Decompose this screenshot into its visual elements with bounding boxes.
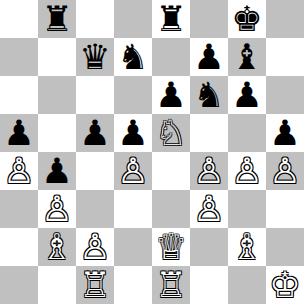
- square-e4[interactable]: [152, 152, 190, 190]
- black-rook: ♜: [41, 0, 72, 38]
- square-e5[interactable]: ♘: [152, 114, 190, 152]
- white-king: ♔: [269, 266, 300, 304]
- white-pawn: ♙: [79, 228, 110, 266]
- square-e7[interactable]: [152, 38, 190, 76]
- square-c6[interactable]: [76, 76, 114, 114]
- square-h2[interactable]: [266, 228, 304, 266]
- square-f2[interactable]: [190, 228, 228, 266]
- square-f6[interactable]: ♞: [190, 76, 228, 114]
- white-queen: ♕: [155, 228, 186, 266]
- square-c2[interactable]: ♙: [76, 228, 114, 266]
- square-e2[interactable]: ♕: [152, 228, 190, 266]
- square-e1[interactable]: ♖: [152, 266, 190, 304]
- square-d6[interactable]: [114, 76, 152, 114]
- square-a6[interactable]: [0, 76, 38, 114]
- square-b8[interactable]: ♜: [38, 0, 76, 38]
- square-g5[interactable]: [228, 114, 266, 152]
- square-b3[interactable]: ♙: [38, 190, 76, 228]
- square-d1[interactable]: [114, 266, 152, 304]
- square-d3[interactable]: [114, 190, 152, 228]
- square-d4[interactable]: ♙: [114, 152, 152, 190]
- black-queen: ♛: [79, 38, 110, 76]
- black-rook: ♜: [155, 0, 186, 38]
- square-f3[interactable]: ♙: [190, 190, 228, 228]
- square-g4[interactable]: ♙: [228, 152, 266, 190]
- white-rook: ♖: [155, 266, 186, 304]
- black-pawn: ♟: [193, 38, 224, 76]
- white-pawn: ♙: [193, 152, 224, 190]
- square-e8[interactable]: ♜: [152, 0, 190, 38]
- black-knight: ♞: [117, 38, 148, 76]
- square-g2[interactable]: ♗: [228, 228, 266, 266]
- square-e3[interactable]: [152, 190, 190, 228]
- square-g7[interactable]: ♝: [228, 38, 266, 76]
- white-pawn: ♙: [41, 190, 72, 228]
- square-a1[interactable]: [0, 266, 38, 304]
- black-pawn: ♟: [41, 152, 72, 190]
- chess-board-container: ♜♜♚♛♞♟♝♟♞♟♟♟♟♘♟♙♟♙♙♙♙♙♙♗♙♕♗♖♖♔: [0, 0, 304, 304]
- square-e6[interactable]: ♟: [152, 76, 190, 114]
- white-pawn: ♙: [193, 190, 224, 228]
- black-pawn: ♟: [79, 114, 110, 152]
- white-knight: ♘: [155, 114, 186, 152]
- square-g3[interactable]: [228, 190, 266, 228]
- square-h8[interactable]: [266, 0, 304, 38]
- chess-board: ♜♜♚♛♞♟♝♟♞♟♟♟♟♘♟♙♟♙♙♙♙♙♙♗♙♕♗♖♖♔: [0, 0, 304, 304]
- white-pawn: ♙: [269, 152, 300, 190]
- square-b4[interactable]: ♟: [38, 152, 76, 190]
- square-b5[interactable]: [38, 114, 76, 152]
- square-d8[interactable]: [114, 0, 152, 38]
- square-g1[interactable]: [228, 266, 266, 304]
- black-pawn: ♟: [155, 76, 186, 114]
- square-f7[interactable]: ♟: [190, 38, 228, 76]
- square-c5[interactable]: ♟: [76, 114, 114, 152]
- square-f5[interactable]: [190, 114, 228, 152]
- square-a4[interactable]: ♙: [0, 152, 38, 190]
- square-d2[interactable]: [114, 228, 152, 266]
- square-h1[interactable]: ♔: [266, 266, 304, 304]
- square-g8[interactable]: ♚: [228, 0, 266, 38]
- square-a5[interactable]: ♟: [0, 114, 38, 152]
- black-pawn: ♟: [3, 114, 34, 152]
- black-knight: ♞: [193, 76, 224, 114]
- black-bishop: ♝: [231, 38, 262, 76]
- square-f8[interactable]: [190, 0, 228, 38]
- square-a3[interactable]: [0, 190, 38, 228]
- white-pawn: ♙: [231, 152, 262, 190]
- square-h3[interactable]: [266, 190, 304, 228]
- square-b6[interactable]: [38, 76, 76, 114]
- black-pawn: ♟: [269, 114, 300, 152]
- square-h7[interactable]: [266, 38, 304, 76]
- square-f4[interactable]: ♙: [190, 152, 228, 190]
- black-pawn: ♟: [231, 76, 262, 114]
- white-bishop: ♗: [231, 228, 262, 266]
- square-d5[interactable]: ♟: [114, 114, 152, 152]
- black-pawn: ♟: [117, 114, 148, 152]
- square-c4[interactable]: [76, 152, 114, 190]
- square-a8[interactable]: [0, 0, 38, 38]
- square-b1[interactable]: [38, 266, 76, 304]
- square-a7[interactable]: [0, 38, 38, 76]
- square-g6[interactable]: ♟: [228, 76, 266, 114]
- square-d7[interactable]: ♞: [114, 38, 152, 76]
- square-c8[interactable]: [76, 0, 114, 38]
- square-c3[interactable]: [76, 190, 114, 228]
- square-h5[interactable]: ♟: [266, 114, 304, 152]
- square-b2[interactable]: ♗: [38, 228, 76, 266]
- square-h6[interactable]: [266, 76, 304, 114]
- square-b7[interactable]: [38, 38, 76, 76]
- white-pawn: ♙: [117, 152, 148, 190]
- square-c1[interactable]: ♖: [76, 266, 114, 304]
- white-rook: ♖: [79, 266, 110, 304]
- white-pawn: ♙: [3, 152, 34, 190]
- square-f1[interactable]: [190, 266, 228, 304]
- white-bishop: ♗: [41, 228, 72, 266]
- black-king: ♚: [231, 0, 262, 38]
- square-c7[interactable]: ♛: [76, 38, 114, 76]
- square-a2[interactable]: [0, 228, 38, 266]
- square-h4[interactable]: ♙: [266, 152, 304, 190]
